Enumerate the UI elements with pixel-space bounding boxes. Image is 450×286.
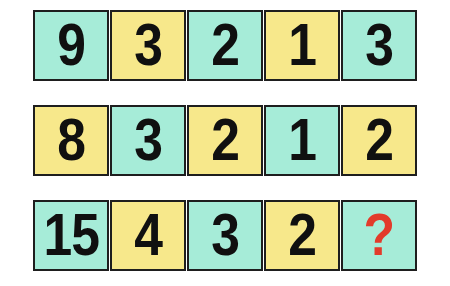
cell-value: 4 — [134, 205, 162, 267]
puzzle-row-1: 93213 — [33, 10, 417, 81]
cell-value: 2 — [288, 205, 316, 267]
puzzle-board: 932138321215432? — [33, 10, 417, 271]
puzzle-cell-r1c1: 9 — [33, 10, 109, 81]
cell-value: 3 — [365, 15, 393, 77]
puzzle-row-3: 15432? — [33, 200, 417, 271]
cell-value: 2 — [211, 15, 239, 77]
puzzle-cell-r2c1: 8 — [33, 105, 109, 176]
cell-value: 3 — [134, 15, 162, 77]
puzzle-cell-r1c4: 1 — [264, 10, 340, 81]
cell-value: 2 — [211, 110, 239, 172]
puzzle-cell-r3c5: ? — [341, 200, 417, 271]
question-mark: ? — [364, 205, 395, 267]
puzzle-row-2: 83212 — [33, 105, 417, 176]
cell-value: 9 — [57, 15, 85, 77]
puzzle-cell-r3c4: 2 — [264, 200, 340, 271]
cell-value: 3 — [134, 110, 162, 172]
cell-value: 1 — [288, 110, 316, 172]
cell-value: 15 — [43, 205, 99, 267]
puzzle-cell-r3c2: 4 — [110, 200, 186, 271]
puzzle-cell-r2c4: 1 — [264, 105, 340, 176]
cell-value: 3 — [211, 205, 239, 267]
puzzle-cell-r1c5: 3 — [341, 10, 417, 81]
puzzle-cell-r1c3: 2 — [187, 10, 263, 81]
puzzle-cell-r3c3: 3 — [187, 200, 263, 271]
cell-value: 1 — [288, 15, 316, 77]
cell-value: 8 — [57, 110, 85, 172]
puzzle-cell-r2c3: 2 — [187, 105, 263, 176]
puzzle-cell-r2c5: 2 — [341, 105, 417, 176]
puzzle-cell-r2c2: 3 — [110, 105, 186, 176]
puzzle-cell-r1c2: 3 — [110, 10, 186, 81]
puzzle-cell-r3c1: 15 — [33, 200, 109, 271]
cell-value: 2 — [365, 110, 393, 172]
